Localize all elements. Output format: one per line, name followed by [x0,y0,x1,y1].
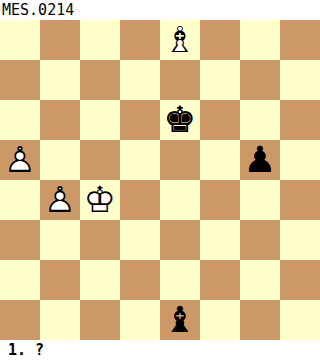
square-f1[interactable] [200,300,240,340]
diagram-id-label: MES.0214 [0,0,320,20]
square-f3[interactable] [200,220,240,260]
white-king[interactable]: ♚♔ [80,180,120,220]
square-c6[interactable] [80,100,120,140]
square-h3[interactable] [280,220,320,260]
square-e6[interactable]: ♚♚ [160,100,200,140]
square-c1[interactable] [80,300,120,340]
square-g8[interactable] [240,20,280,60]
square-e2[interactable] [160,260,200,300]
square-h6[interactable] [280,100,320,140]
square-b5[interactable] [40,140,80,180]
square-e7[interactable] [160,60,200,100]
black-pawn[interactable]: ♟♟ [240,140,280,180]
square-c8[interactable] [80,20,120,60]
white-pawn-icon: ♙ [44,180,76,220]
square-c7[interactable] [80,60,120,100]
square-b7[interactable] [40,60,80,100]
black-pawn-icon: ♟ [244,140,276,180]
square-d8[interactable] [120,20,160,60]
square-g1[interactable] [240,300,280,340]
move-prompt-label: 1. ? [0,340,320,360]
square-a6[interactable] [0,100,40,140]
square-c2[interactable] [80,260,120,300]
white-king-icon: ♔ [84,180,116,220]
square-h1[interactable] [280,300,320,340]
square-b8[interactable] [40,20,80,60]
square-b1[interactable] [40,300,80,340]
square-c4[interactable]: ♚♔ [80,180,120,220]
square-d1[interactable] [120,300,160,340]
square-a4[interactable] [0,180,40,220]
square-g4[interactable] [240,180,280,220]
square-f7[interactable] [200,60,240,100]
square-f5[interactable] [200,140,240,180]
square-b2[interactable] [40,260,80,300]
square-a8[interactable] [0,20,40,60]
square-d7[interactable] [120,60,160,100]
square-g6[interactable] [240,100,280,140]
square-g2[interactable] [240,260,280,300]
square-b6[interactable] [40,100,80,140]
black-bishop[interactable]: ♝♝ [160,300,200,340]
chess-diagram-window: MES.0214 ♝♗♚♚♟♙♟♟♟♙♚♔♝♝ 1. ? [0,0,320,360]
square-b4[interactable]: ♟♙ [40,180,80,220]
square-g5[interactable]: ♟♟ [240,140,280,180]
square-h2[interactable] [280,260,320,300]
square-h4[interactable] [280,180,320,220]
square-a2[interactable] [0,260,40,300]
square-d5[interactable] [120,140,160,180]
square-f4[interactable] [200,180,240,220]
square-d4[interactable] [120,180,160,220]
square-g3[interactable] [240,220,280,260]
square-a5[interactable]: ♟♙ [0,140,40,180]
square-c5[interactable] [80,140,120,180]
square-b3[interactable] [40,220,80,260]
square-a1[interactable] [0,300,40,340]
white-bishop-icon: ♗ [164,20,196,60]
black-king-icon: ♚ [164,100,196,140]
white-pawn[interactable]: ♟♙ [0,140,40,180]
square-e8[interactable]: ♝♗ [160,20,200,60]
square-h5[interactable] [280,140,320,180]
white-pawn-icon: ♙ [4,140,36,180]
square-d6[interactable] [120,100,160,140]
square-c3[interactable] [80,220,120,260]
white-pawn[interactable]: ♟♙ [40,180,80,220]
square-g7[interactable] [240,60,280,100]
square-a3[interactable] [0,220,40,260]
square-h7[interactable] [280,60,320,100]
square-e3[interactable] [160,220,200,260]
white-bishop[interactable]: ♝♗ [160,20,200,60]
square-e5[interactable] [160,140,200,180]
square-f6[interactable] [200,100,240,140]
square-d2[interactable] [120,260,160,300]
square-e4[interactable] [160,180,200,220]
chess-board: ♝♗♚♚♟♙♟♟♟♙♚♔♝♝ [0,20,320,340]
black-king[interactable]: ♚♚ [160,100,200,140]
square-h8[interactable] [280,20,320,60]
black-bishop-icon: ♝ [164,300,196,340]
square-f8[interactable] [200,20,240,60]
square-e1[interactable]: ♝♝ [160,300,200,340]
square-a7[interactable] [0,60,40,100]
square-f2[interactable] [200,260,240,300]
square-d3[interactable] [120,220,160,260]
